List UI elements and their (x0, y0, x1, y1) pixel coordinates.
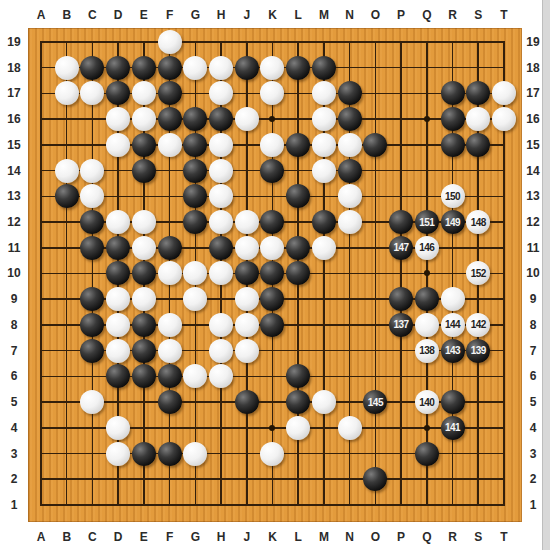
stone (415, 313, 439, 337)
stone (132, 159, 156, 183)
row-label-left: 7 (11, 344, 18, 358)
stone (389, 210, 413, 234)
stone (106, 133, 130, 157)
stone (312, 133, 336, 157)
stone (132, 313, 156, 337)
row-label-right: 9 (530, 292, 537, 306)
stone (158, 236, 182, 260)
go-game-viewer: AABBCCDDEEFFGGHHJJKKLLMMNNOOPPQQRRSSTT19… (0, 0, 550, 550)
row-label-left: 12 (7, 215, 20, 229)
column-label-bottom: A (37, 530, 46, 544)
row-label-right: 2 (530, 472, 537, 486)
numbered-stone-143: 143 (441, 339, 465, 363)
row-label-right: 11 (527, 241, 540, 255)
column-label-top: T (500, 8, 507, 22)
stone (312, 390, 336, 414)
column-label-top: C (88, 8, 97, 22)
column-label-bottom: R (448, 530, 457, 544)
column-label-top: M (319, 8, 329, 22)
column-label-bottom: S (474, 530, 482, 544)
numbered-stone-137: 137 (389, 313, 413, 337)
stone (158, 107, 182, 131)
stone (158, 261, 182, 285)
row-label-left: 11 (8, 241, 21, 255)
stone (183, 159, 207, 183)
column-label-top: E (140, 8, 148, 22)
row-label-right: 17 (526, 86, 539, 100)
numbered-stone-149: 149 (441, 210, 465, 234)
grid-line-vertical (400, 41, 402, 505)
stone (235, 236, 259, 260)
row-label-left: 10 (7, 266, 20, 280)
row-label-left: 6 (11, 369, 18, 383)
stone (312, 159, 336, 183)
column-label-top: S (474, 8, 482, 22)
column-label-top: H (217, 8, 226, 22)
stone (338, 133, 362, 157)
stone (441, 287, 465, 311)
column-label-top: J (243, 8, 250, 22)
stone (158, 56, 182, 80)
stone (158, 30, 182, 54)
stone (338, 210, 362, 234)
star-point (424, 116, 430, 122)
stone (492, 107, 516, 131)
column-label-bottom: N (345, 530, 354, 544)
numbered-stone-139: 139 (466, 339, 490, 363)
stone (158, 81, 182, 105)
row-label-left: 4 (11, 421, 18, 435)
row-label-right: 7 (530, 344, 537, 358)
stone (158, 442, 182, 466)
stone (132, 107, 156, 131)
stone (338, 81, 362, 105)
row-label-right: 18 (526, 61, 539, 75)
stone (235, 313, 259, 337)
row-label-left: 13 (7, 189, 20, 203)
row-label-right: 13 (526, 189, 539, 203)
stone (209, 56, 233, 80)
stone (441, 107, 465, 131)
stone (158, 339, 182, 363)
stone (158, 390, 182, 414)
row-label-right: 19 (526, 35, 539, 49)
stone (441, 81, 465, 105)
row-label-right: 5 (530, 395, 537, 409)
stone (286, 416, 310, 440)
column-label-top: Q (422, 8, 431, 22)
column-label-bottom: J (243, 530, 250, 544)
stone (338, 184, 362, 208)
numbered-stone-138: 138 (415, 339, 439, 363)
column-label-bottom: F (166, 530, 173, 544)
column-label-bottom: P (397, 530, 405, 544)
column-label-top: G (191, 8, 200, 22)
column-label-top: P (397, 8, 405, 22)
numbered-stone-141: 141 (441, 416, 465, 440)
row-label-right: 1 (530, 498, 537, 512)
stone (132, 56, 156, 80)
stone (286, 236, 310, 260)
stone (312, 210, 336, 234)
scrollbar[interactable] (542, 0, 550, 550)
grid-line-horizontal (40, 504, 504, 506)
column-label-top: A (37, 8, 46, 22)
stone (106, 236, 130, 260)
stone (106, 313, 130, 337)
numbered-stone-151: 151 (415, 210, 439, 234)
stone (106, 416, 130, 440)
row-label-left: 9 (11, 292, 18, 306)
stone (132, 210, 156, 234)
stone (286, 133, 310, 157)
row-label-right: 4 (530, 421, 537, 435)
column-label-bottom: G (191, 530, 200, 544)
stone (338, 159, 362, 183)
stone (312, 56, 336, 80)
row-label-left: 17 (7, 86, 20, 100)
row-label-left: 14 (7, 164, 20, 178)
stone (55, 81, 79, 105)
row-label-right: 12 (526, 215, 539, 229)
stone (209, 236, 233, 260)
stone (106, 442, 130, 466)
row-label-right: 10 (526, 266, 539, 280)
stone (415, 442, 439, 466)
column-label-top: N (345, 8, 354, 22)
numbered-stone-146: 146 (415, 236, 439, 260)
stone (441, 390, 465, 414)
stone (158, 133, 182, 157)
stone (55, 159, 79, 183)
stone (312, 107, 336, 131)
row-label-left: 19 (7, 35, 20, 49)
row-label-right: 3 (530, 447, 537, 461)
column-label-bottom: K (268, 530, 277, 544)
column-label-bottom: E (140, 530, 148, 544)
column-label-top: O (371, 8, 380, 22)
numbered-stone-147: 147 (389, 236, 413, 260)
row-label-right: 16 (526, 112, 539, 126)
stone (286, 56, 310, 80)
numbered-stone-140: 140 (415, 390, 439, 414)
stone (441, 133, 465, 157)
stone (235, 390, 259, 414)
row-label-left: 1 (11, 498, 18, 512)
row-label-left: 16 (7, 112, 20, 126)
grid-line-horizontal (40, 478, 504, 480)
stone (260, 159, 284, 183)
stone (55, 56, 79, 80)
column-label-top: L (295, 8, 302, 22)
stone (209, 107, 233, 131)
grid-line-vertical (375, 41, 377, 505)
column-label-bottom: O (371, 530, 380, 544)
stone (132, 133, 156, 157)
column-label-bottom: H (217, 530, 226, 544)
column-label-top: R (448, 8, 457, 22)
stone (132, 339, 156, 363)
row-label-right: 8 (530, 318, 537, 332)
stone (55, 184, 79, 208)
column-label-top: K (268, 8, 277, 22)
stone (209, 133, 233, 157)
stone (235, 287, 259, 311)
column-label-top: F (166, 8, 173, 22)
stone (338, 416, 362, 440)
stone (312, 236, 336, 260)
stone (158, 313, 182, 337)
stone (106, 210, 130, 234)
stone (80, 339, 104, 363)
row-label-left: 15 (7, 138, 20, 152)
stone (132, 236, 156, 260)
row-label-left: 18 (7, 61, 20, 75)
row-label-left: 8 (11, 318, 18, 332)
row-label-right: 6 (530, 369, 537, 383)
stone (235, 56, 259, 80)
stone (132, 442, 156, 466)
column-label-bottom: Q (422, 530, 431, 544)
stone (209, 313, 233, 337)
column-label-top: B (62, 8, 71, 22)
stone (235, 107, 259, 131)
stone (466, 133, 490, 157)
star-point (424, 425, 430, 431)
row-label-left: 3 (11, 447, 18, 461)
stone (209, 339, 233, 363)
stone (80, 56, 104, 80)
column-label-bottom: T (500, 530, 507, 544)
stone (415, 287, 439, 311)
column-label-top: D (114, 8, 123, 22)
numbered-stone-144: 144 (441, 313, 465, 337)
stone (235, 210, 259, 234)
stone (132, 287, 156, 311)
stone (209, 210, 233, 234)
column-label-bottom: B (62, 530, 71, 544)
column-label-bottom: D (114, 530, 123, 544)
numbered-stone-150: 150 (441, 184, 465, 208)
stone (106, 56, 130, 80)
stone (183, 442, 207, 466)
stone (338, 107, 362, 131)
row-label-right: 15 (526, 138, 539, 152)
stone (106, 339, 130, 363)
stone (209, 159, 233, 183)
row-label-left: 5 (11, 395, 18, 409)
column-label-bottom: L (295, 530, 302, 544)
row-label-right: 14 (526, 164, 539, 178)
stone (80, 159, 104, 183)
stone (235, 339, 259, 363)
numbered-stone-142: 142 (466, 313, 490, 337)
stone (260, 442, 284, 466)
column-label-bottom: M (319, 530, 329, 544)
stone (183, 56, 207, 80)
column-label-bottom: C (88, 530, 97, 544)
stone (158, 364, 182, 388)
row-label-left: 2 (11, 472, 18, 486)
